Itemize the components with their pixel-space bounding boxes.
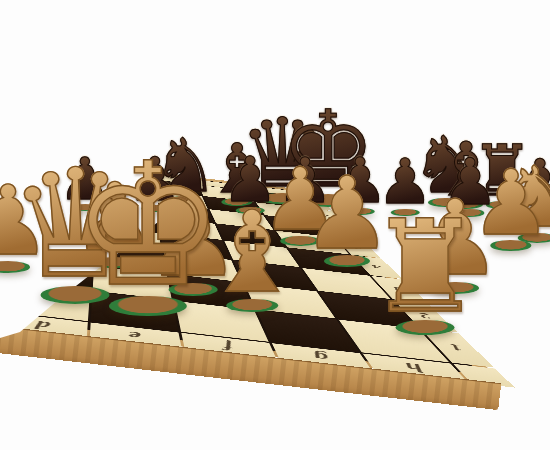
rank-label-1-label: 1: [444, 341, 467, 353]
piece-white-king-e1[interactable]: ♚: [63, 145, 233, 315]
piece-white-rook-h1[interactable]: ♜: [361, 206, 489, 334]
white-king-glyph: ♚: [63, 145, 233, 307]
scene: 87654321abcdefgh ♛ ♚ ♝ ♜ ♞ ♟ ♟ ♟ ♟ ♟ ♟: [0, 0, 550, 450]
white-rook-glyph: ♜: [361, 206, 489, 328]
chess-set-photo: 87654321abcdefgh ♛ ♚ ♝ ♜ ♞ ♟ ♟ ♟ ♟ ♟ ♟: [0, 0, 550, 450]
